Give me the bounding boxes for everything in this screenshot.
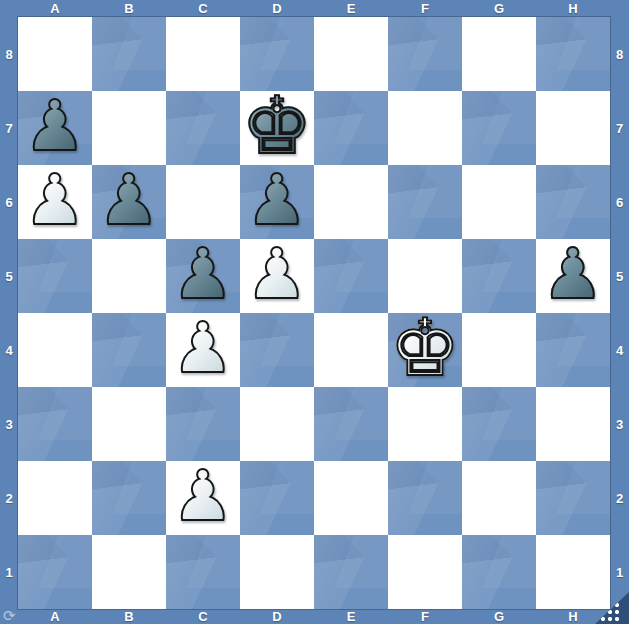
flip-board-icon[interactable]: ⟳ xyxy=(3,608,16,624)
file-label-c-bottom: C xyxy=(166,609,240,624)
square-g7[interactable] xyxy=(462,91,536,165)
square-g2[interactable] xyxy=(462,461,536,535)
square-d3[interactable] xyxy=(240,387,314,461)
file-label-f-bottom: F xyxy=(388,609,462,624)
square-b8[interactable] xyxy=(92,17,166,91)
square-a8[interactable] xyxy=(18,17,92,91)
rank-labels-left: 87654321 xyxy=(0,17,18,609)
file-label-a-top: A xyxy=(18,0,92,17)
square-h2[interactable] xyxy=(536,461,610,535)
file-label-g-bottom: G xyxy=(462,609,536,624)
file-label-b-top: B xyxy=(92,0,166,17)
square-g4[interactable] xyxy=(462,313,536,387)
file-label-d-bottom: D xyxy=(240,609,314,624)
rank-label-4-right: 4 xyxy=(610,313,629,387)
square-d7[interactable]: ♚ xyxy=(240,91,314,165)
black-pawn[interactable]: ♟ xyxy=(542,239,605,309)
square-c5[interactable]: ♟ xyxy=(166,239,240,313)
square-a5[interactable] xyxy=(18,239,92,313)
black-pawn[interactable]: ♟ xyxy=(172,239,235,309)
file-label-g-top: G xyxy=(462,0,536,17)
square-c4[interactable]: ♟ xyxy=(166,313,240,387)
square-d6[interactable]: ♟ xyxy=(240,165,314,239)
square-g8[interactable] xyxy=(462,17,536,91)
square-a1[interactable] xyxy=(18,535,92,609)
rank-label-7-right: 7 xyxy=(610,91,629,165)
rank-label-2-right: 2 xyxy=(610,461,629,535)
rank-label-5-left: 5 xyxy=(0,239,18,313)
white-pawn[interactable]: ♟ xyxy=(172,461,235,531)
square-f8[interactable] xyxy=(388,17,462,91)
square-e8[interactable] xyxy=(314,17,388,91)
square-c6[interactable] xyxy=(166,165,240,239)
square-c3[interactable] xyxy=(166,387,240,461)
square-g1[interactable] xyxy=(462,535,536,609)
chess-board-app: ABCDEFGH 87654321 ♟♚♟♟♟♟♟♟♟♚♟ 87654321 A… xyxy=(0,0,629,624)
square-f6[interactable] xyxy=(388,165,462,239)
rank-label-5-right: 5 xyxy=(610,239,629,313)
rank-label-8-left: 8 xyxy=(0,17,18,91)
file-label-b-bottom: B xyxy=(92,609,166,624)
white-pawn[interactable]: ♟ xyxy=(172,313,235,383)
square-d1[interactable] xyxy=(240,535,314,609)
white-pawn[interactable]: ♟ xyxy=(24,165,87,235)
square-d4[interactable] xyxy=(240,313,314,387)
square-h6[interactable] xyxy=(536,165,610,239)
square-h3[interactable] xyxy=(536,387,610,461)
file-label-h-top: H xyxy=(536,0,610,17)
square-f2[interactable] xyxy=(388,461,462,535)
square-g3[interactable] xyxy=(462,387,536,461)
rank-label-6-left: 6 xyxy=(0,165,18,239)
square-b7[interactable] xyxy=(92,91,166,165)
square-e6[interactable] xyxy=(314,165,388,239)
square-f4[interactable]: ♚ xyxy=(388,313,462,387)
square-f1[interactable] xyxy=(388,535,462,609)
rank-label-2-left: 2 xyxy=(0,461,18,535)
black-pawn[interactable]: ♟ xyxy=(246,165,309,235)
square-d5[interactable]: ♟ xyxy=(240,239,314,313)
square-a3[interactable] xyxy=(18,387,92,461)
chess-board: ♟♚♟♟♟♟♟♟♟♚♟ xyxy=(18,17,610,609)
rank-label-3-left: 3 xyxy=(0,387,18,461)
square-a4[interactable] xyxy=(18,313,92,387)
square-a6[interactable]: ♟ xyxy=(18,165,92,239)
square-b6[interactable]: ♟ xyxy=(92,165,166,239)
rank-label-7-left: 7 xyxy=(0,91,18,165)
square-e7[interactable] xyxy=(314,91,388,165)
file-label-a-bottom: A xyxy=(18,609,92,624)
square-e5[interactable] xyxy=(314,239,388,313)
square-g5[interactable] xyxy=(462,239,536,313)
square-h1[interactable] xyxy=(536,535,610,609)
square-e2[interactable] xyxy=(314,461,388,535)
file-label-f-top: F xyxy=(388,0,462,17)
square-b1[interactable] xyxy=(92,535,166,609)
file-label-e-bottom: E xyxy=(314,609,388,624)
square-a7[interactable]: ♟ xyxy=(18,91,92,165)
rank-label-1-left: 1 xyxy=(0,535,18,609)
black-pawn[interactable]: ♟ xyxy=(24,91,87,161)
square-h5[interactable]: ♟ xyxy=(536,239,610,313)
file-labels-top: ABCDEFGH xyxy=(18,0,610,17)
square-b4[interactable] xyxy=(92,313,166,387)
square-h4[interactable] xyxy=(536,313,610,387)
white-pawn[interactable]: ♟ xyxy=(246,239,309,309)
file-label-e-top: E xyxy=(314,0,388,17)
square-h7[interactable] xyxy=(536,91,610,165)
white-king[interactable]: ♚ xyxy=(390,309,461,388)
square-e3[interactable] xyxy=(314,387,388,461)
file-label-d-top: D xyxy=(240,0,314,17)
square-b3[interactable] xyxy=(92,387,166,461)
square-f7[interactable] xyxy=(388,91,462,165)
file-labels-bottom: ABCDEFGH xyxy=(18,609,610,624)
square-g6[interactable] xyxy=(462,165,536,239)
square-f3[interactable] xyxy=(388,387,462,461)
rank-label-4-left: 4 xyxy=(0,313,18,387)
square-a2[interactable] xyxy=(18,461,92,535)
black-pawn[interactable]: ♟ xyxy=(98,165,161,235)
rank-label-3-right: 3 xyxy=(610,387,629,461)
square-c7[interactable] xyxy=(166,91,240,165)
square-h8[interactable] xyxy=(536,17,610,91)
square-d2[interactable] xyxy=(240,461,314,535)
rank-label-8-right: 8 xyxy=(610,17,629,91)
rank-label-6-right: 6 xyxy=(610,165,629,239)
square-c2[interactable]: ♟ xyxy=(166,461,240,535)
square-c1[interactable] xyxy=(166,535,240,609)
square-b2[interactable] xyxy=(92,461,166,535)
black-king[interactable]: ♚ xyxy=(242,87,313,166)
square-e4[interactable] xyxy=(314,313,388,387)
square-c8[interactable] xyxy=(166,17,240,91)
rank-labels-right: 87654321 xyxy=(610,17,629,609)
file-label-c-top: C xyxy=(166,0,240,17)
square-e1[interactable] xyxy=(314,535,388,609)
square-b5[interactable] xyxy=(92,239,166,313)
